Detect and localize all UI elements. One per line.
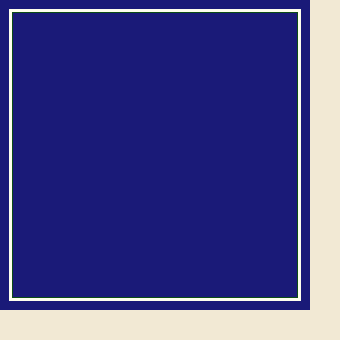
board-frame — [0, 0, 310, 310]
board-inner-border — [9, 9, 301, 301]
file-labels — [13, 310, 297, 338]
chess-board — [12, 12, 298, 298]
rank-labels — [310, 13, 338, 297]
chess-diagram — [0, 0, 340, 340]
